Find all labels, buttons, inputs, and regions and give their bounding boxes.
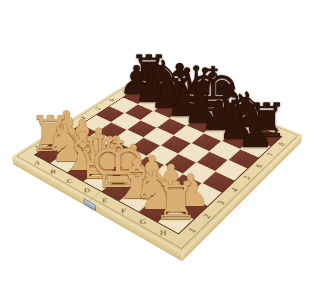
chess-set-photo: AABBCCDDEEFFGGHH1122334455667788 ♜♞♝♛♚♝♞… (0, 0, 320, 284)
piece-black-pawn-h7[interactable]: ♟ (237, 112, 274, 154)
pieces-layer: ♜♞♝♛♚♝♞♜♟♟♟♟♟♟♟♟♟♟♟♟♟♟♟♟♜♞♝♛♚♝♞♜ (0, 0, 320, 284)
piece-white-rook-h1[interactable]: ♜ (153, 177, 199, 229)
